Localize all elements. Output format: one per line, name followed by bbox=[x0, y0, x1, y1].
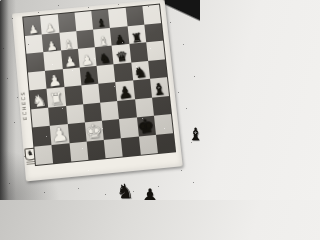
square-7-1[interactable] bbox=[33, 126, 52, 146]
square-2-2[interactable]: ♟ bbox=[42, 32, 61, 52]
square-8-3[interactable] bbox=[69, 141, 88, 161]
piece-wP-22[interactable]: ♟ bbox=[45, 39, 58, 53]
piece-wP-72[interactable]: ♟ bbox=[50, 125, 69, 146]
square-2-6[interactable]: ♟ bbox=[110, 26, 129, 46]
square-7-3[interactable] bbox=[67, 122, 86, 142]
square-1-1[interactable]: ♟ bbox=[23, 16, 42, 36]
piece-wP-11[interactable]: ♟ bbox=[27, 24, 38, 36]
square-7-4[interactable]: ♚ bbox=[85, 121, 104, 141]
square-1-5[interactable]: ♝ bbox=[91, 9, 110, 29]
square-1-7[interactable] bbox=[125, 6, 144, 26]
piece-bB-15[interactable]: ♝ bbox=[95, 18, 106, 30]
square-5-6[interactable]: ♟ bbox=[115, 80, 134, 100]
square-6-3[interactable] bbox=[66, 104, 85, 124]
offboard-piece-bN-1[interactable]: ♞ bbox=[116, 181, 134, 200]
piece-wR-52[interactable]: ♜ bbox=[48, 90, 65, 108]
logo-text-line bbox=[27, 163, 35, 165]
offboard-piece-bB-0[interactable]: ♝ bbox=[188, 126, 200, 143]
piece-wB-25[interactable]: ♝ bbox=[96, 34, 109, 48]
piece-bP-26[interactable]: ♟ bbox=[113, 33, 126, 47]
piece-bB-58[interactable]: ♝ bbox=[151, 80, 168, 98]
board-grid: ♟♟♝♟♝♝♟♜♟♟♞♛♟♟♞♞♜♟♝♟♚♚ bbox=[23, 5, 175, 165]
piece-bN-47[interactable]: ♞ bbox=[133, 65, 148, 82]
square-5-1[interactable]: ♞ bbox=[30, 89, 49, 109]
square-2-1[interactable] bbox=[25, 34, 44, 54]
square-3-8[interactable] bbox=[146, 41, 165, 61]
square-8-5[interactable] bbox=[104, 138, 123, 158]
square-8-1[interactable] bbox=[34, 144, 53, 165]
square-4-8[interactable] bbox=[148, 59, 167, 79]
piece-wK-74[interactable]: ♚ bbox=[85, 122, 104, 143]
square-1-4[interactable] bbox=[74, 11, 93, 31]
square-4-7[interactable]: ♞ bbox=[131, 60, 150, 80]
square-5-2[interactable]: ♜ bbox=[47, 87, 66, 107]
piece-wP-33[interactable]: ♟ bbox=[63, 55, 77, 70]
square-7-2[interactable]: ♟ bbox=[50, 124, 69, 144]
photo-grain-light bbox=[0, 0, 1, 1]
square-1-8[interactable] bbox=[142, 5, 161, 25]
offboard-piece-bP-2[interactable]: ♟ bbox=[141, 186, 159, 200]
square-3-1[interactable] bbox=[26, 52, 45, 72]
square-8-8[interactable] bbox=[156, 133, 175, 153]
square-5-8[interactable]: ♝ bbox=[150, 77, 169, 97]
square-2-7[interactable]: ♜ bbox=[127, 24, 146, 44]
piece-bN-35[interactable]: ♞ bbox=[98, 51, 112, 66]
piece-wP-34[interactable]: ♟ bbox=[80, 53, 94, 68]
square-1-6[interactable] bbox=[108, 8, 127, 28]
piece-bR-27[interactable]: ♜ bbox=[131, 31, 144, 45]
square-7-5[interactable] bbox=[102, 119, 121, 139]
square-2-5[interactable]: ♝ bbox=[93, 27, 112, 47]
square-5-4[interactable] bbox=[81, 84, 100, 104]
square-3-4[interactable]: ♟ bbox=[78, 47, 97, 67]
square-4-1[interactable] bbox=[28, 70, 47, 90]
piece-wP-12[interactable]: ♟ bbox=[44, 22, 55, 34]
piece-wN-51[interactable]: ♞ bbox=[31, 92, 47, 110]
square-5-3[interactable] bbox=[64, 85, 83, 105]
square-3-5[interactable]: ♞ bbox=[95, 46, 114, 66]
square-5-7[interactable] bbox=[133, 79, 152, 99]
piece-wB-23[interactable]: ♝ bbox=[62, 38, 75, 52]
square-1-2[interactable]: ♟ bbox=[40, 14, 59, 34]
piece-bK-77[interactable]: ♚ bbox=[137, 116, 156, 137]
chess-board: ECHECS ♞ ♟♟♝♟♝♝♟♜♟♟♞♛♟♟♞♞♜♟♝♟♚♚ bbox=[12, 0, 183, 181]
piece-bP-44[interactable]: ♟ bbox=[81, 70, 96, 87]
square-2-8[interactable] bbox=[144, 23, 163, 43]
square-1-3[interactable] bbox=[57, 13, 76, 33]
square-4-2[interactable]: ♟ bbox=[45, 69, 64, 89]
square-2-4[interactable] bbox=[76, 29, 95, 49]
square-7-8[interactable] bbox=[154, 114, 173, 134]
square-8-6[interactable] bbox=[121, 136, 140, 156]
piece-bQ-36[interactable]: ♛ bbox=[115, 50, 129, 65]
square-2-3[interactable]: ♝ bbox=[59, 31, 78, 51]
square-7-6[interactable] bbox=[119, 117, 138, 137]
piece-wP-42[interactable]: ♟ bbox=[47, 73, 62, 90]
square-5-5[interactable] bbox=[98, 82, 117, 102]
square-7-7[interactable]: ♚ bbox=[136, 116, 155, 136]
piece-bP-56[interactable]: ♟ bbox=[117, 84, 134, 102]
square-6-5[interactable] bbox=[100, 101, 119, 121]
